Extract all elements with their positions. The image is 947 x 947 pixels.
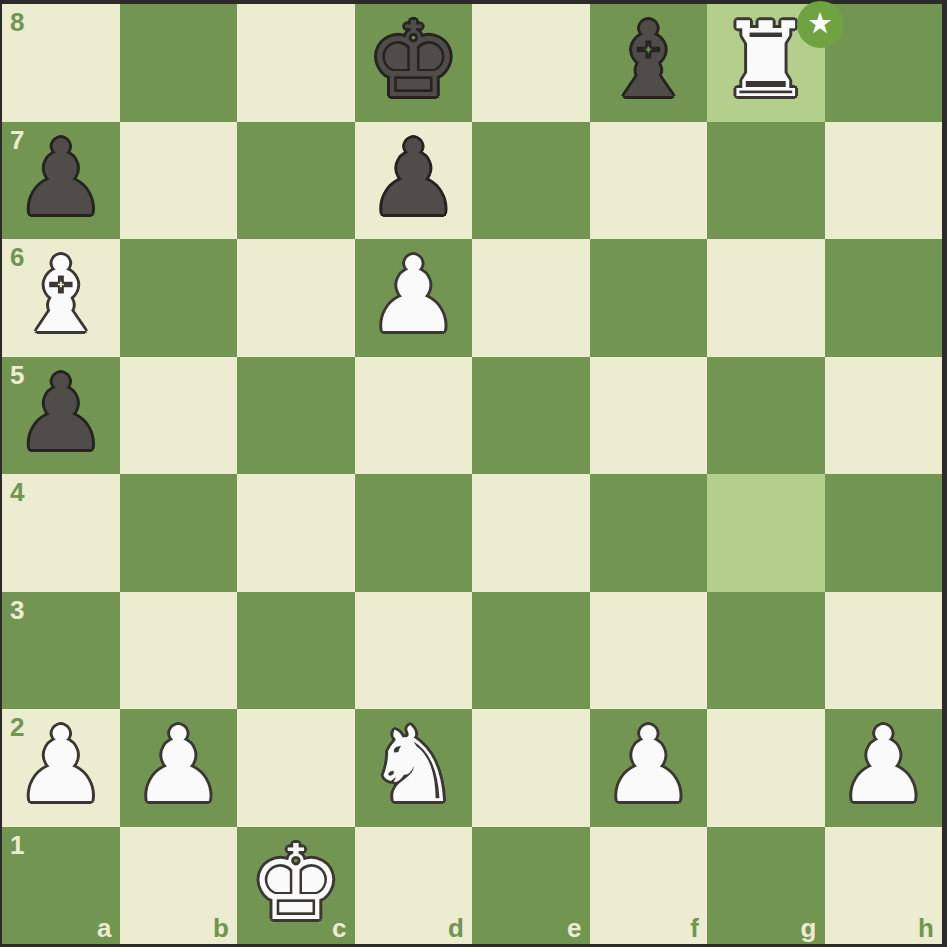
- square-b7[interactable]: [120, 122, 238, 240]
- square-b4[interactable]: [120, 474, 238, 592]
- square-d7[interactable]: ♟: [355, 122, 473, 240]
- piece-white-pawn[interactable]: ♟: [367, 237, 460, 355]
- file-label-a: a: [97, 915, 111, 941]
- piece-white-bishop[interactable]: ♝: [14, 237, 107, 355]
- square-c7[interactable]: [237, 122, 355, 240]
- square-h2[interactable]: ♟: [825, 709, 943, 827]
- chess-board: 8♚♝♜7♟♟6♝♟5♟432♟♟♞♟♟1abc♚defgh★: [2, 4, 942, 944]
- square-e4[interactable]: [472, 474, 590, 592]
- square-f1[interactable]: f: [590, 827, 708, 945]
- file-label-b: b: [213, 915, 229, 941]
- square-e2[interactable]: [472, 709, 590, 827]
- piece-black-pawn[interactable]: ♟: [14, 355, 107, 473]
- square-f6[interactable]: [590, 239, 708, 357]
- square-a5[interactable]: 5♟: [2, 357, 120, 475]
- square-c5[interactable]: [237, 357, 355, 475]
- piece-white-king[interactable]: ♚: [249, 825, 342, 943]
- rank-label-8: 8: [10, 9, 24, 35]
- square-d4[interactable]: [355, 474, 473, 592]
- square-a7[interactable]: 7♟: [2, 122, 120, 240]
- square-g6[interactable]: [707, 239, 825, 357]
- square-c4[interactable]: [237, 474, 355, 592]
- square-e5[interactable]: [472, 357, 590, 475]
- piece-white-knight[interactable]: ♞: [367, 707, 460, 825]
- square-f7[interactable]: [590, 122, 708, 240]
- square-c1[interactable]: c♚: [237, 827, 355, 945]
- piece-black-pawn[interactable]: ♟: [14, 120, 107, 238]
- square-g8[interactable]: ♜: [707, 4, 825, 122]
- square-c3[interactable]: [237, 592, 355, 710]
- square-a2[interactable]: 2♟: [2, 709, 120, 827]
- file-label-h: h: [918, 915, 934, 941]
- square-a6[interactable]: 6♝: [2, 239, 120, 357]
- square-c8[interactable]: [237, 4, 355, 122]
- piece-black-king[interactable]: ♚: [367, 2, 460, 120]
- piece-white-rook[interactable]: ♜: [719, 2, 812, 120]
- square-h1[interactable]: h: [825, 827, 943, 945]
- square-a8[interactable]: 8: [2, 4, 120, 122]
- square-h5[interactable]: [825, 357, 943, 475]
- square-b3[interactable]: [120, 592, 238, 710]
- chess-app-page: 8♚♝♜7♟♟6♝♟5♟432♟♟♞♟♟1abc♚defgh★: [0, 0, 947, 947]
- piece-white-pawn[interactable]: ♟: [14, 707, 107, 825]
- square-f4[interactable]: [590, 474, 708, 592]
- square-a3[interactable]: 3: [2, 592, 120, 710]
- square-h3[interactable]: [825, 592, 943, 710]
- square-h6[interactable]: [825, 239, 943, 357]
- square-h4[interactable]: [825, 474, 943, 592]
- square-g3[interactable]: [707, 592, 825, 710]
- square-g7[interactable]: [707, 122, 825, 240]
- square-b6[interactable]: [120, 239, 238, 357]
- square-d1[interactable]: d: [355, 827, 473, 945]
- square-g4[interactable]: [707, 474, 825, 592]
- square-f2[interactable]: ♟: [590, 709, 708, 827]
- rank-label-4: 4: [10, 479, 24, 505]
- rank-label-3: 3: [10, 597, 24, 623]
- square-b8[interactable]: [120, 4, 238, 122]
- square-c2[interactable]: [237, 709, 355, 827]
- square-b5[interactable]: [120, 357, 238, 475]
- rank-label-1: 1: [10, 832, 24, 858]
- square-g1[interactable]: g: [707, 827, 825, 945]
- piece-black-pawn[interactable]: ♟: [367, 120, 460, 238]
- square-d6[interactable]: ♟: [355, 239, 473, 357]
- square-e1[interactable]: e: [472, 827, 590, 945]
- square-e8[interactable]: [472, 4, 590, 122]
- square-g5[interactable]: [707, 357, 825, 475]
- square-d3[interactable]: [355, 592, 473, 710]
- piece-white-pawn[interactable]: ♟: [602, 707, 695, 825]
- square-h7[interactable]: [825, 122, 943, 240]
- file-label-g: g: [801, 915, 817, 941]
- square-a1[interactable]: 1a: [2, 827, 120, 945]
- square-f8[interactable]: ♝: [590, 4, 708, 122]
- square-e3[interactable]: [472, 592, 590, 710]
- square-e7[interactable]: [472, 122, 590, 240]
- square-d5[interactable]: [355, 357, 473, 475]
- square-c6[interactable]: [237, 239, 355, 357]
- piece-white-pawn[interactable]: ♟: [837, 707, 930, 825]
- square-d8[interactable]: ♚: [355, 4, 473, 122]
- square-f3[interactable]: [590, 592, 708, 710]
- square-b1[interactable]: b: [120, 827, 238, 945]
- square-e6[interactable]: [472, 239, 590, 357]
- square-g2[interactable]: [707, 709, 825, 827]
- file-label-e: e: [567, 915, 581, 941]
- square-a4[interactable]: 4: [2, 474, 120, 592]
- file-label-d: d: [448, 915, 464, 941]
- piece-black-bishop[interactable]: ♝: [602, 2, 695, 120]
- piece-white-pawn[interactable]: ♟: [132, 707, 225, 825]
- square-d2[interactable]: ♞: [355, 709, 473, 827]
- square-b2[interactable]: ♟: [120, 709, 238, 827]
- square-h8[interactable]: [825, 4, 943, 122]
- square-f5[interactable]: [590, 357, 708, 475]
- file-label-f: f: [690, 915, 699, 941]
